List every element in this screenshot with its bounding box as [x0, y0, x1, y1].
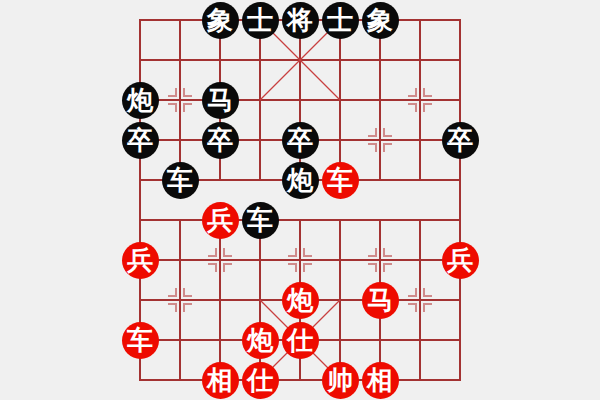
board-point-6-4[interactable]	[360, 160, 400, 200]
piece-black-cannon[interactable]: 炮	[282, 162, 319, 199]
board-point-5-9[interactable]: 帅	[320, 360, 360, 400]
board-point-5-7[interactable]	[320, 280, 360, 320]
board-point-4-5[interactable]	[280, 200, 320, 240]
board-point-5-5[interactable]	[320, 200, 360, 240]
board-point-5-6[interactable]	[320, 240, 360, 280]
piece-red-soldier[interactable]: 兵	[122, 242, 159, 279]
board-point-3-9[interactable]: 仕	[240, 360, 280, 400]
board-point-8-2[interactable]	[440, 80, 480, 120]
board-point-3-8[interactable]: 炮	[240, 320, 280, 360]
board-point-5-3[interactable]	[320, 120, 360, 160]
board-point-0-3[interactable]: 卒	[120, 120, 160, 160]
board-point-0-8[interactable]: 车	[120, 320, 160, 360]
board-point-5-0[interactable]: 士	[320, 0, 360, 40]
board-point-3-5[interactable]: 车	[240, 200, 280, 240]
piece-black-cannon[interactable]: 炮	[122, 82, 159, 119]
piece-black-soldier[interactable]: 卒	[122, 122, 159, 159]
board-point-6-0[interactable]: 象	[360, 0, 400, 40]
board-point-7-2[interactable]	[400, 80, 440, 120]
board-point-2-1[interactable]	[200, 40, 240, 80]
board-point-2-9[interactable]: 相	[200, 360, 240, 400]
board-point-6-7[interactable]: 马	[360, 280, 400, 320]
board-point-1-5[interactable]	[160, 200, 200, 240]
piece-black-chariot[interactable]: 车	[162, 162, 199, 199]
board-point-2-6[interactable]	[200, 240, 240, 280]
board-point-1-7[interactable]	[160, 280, 200, 320]
board-point-6-8[interactable]	[360, 320, 400, 360]
board-point-2-4[interactable]	[200, 160, 240, 200]
board-point-4-3[interactable]: 卒	[280, 120, 320, 160]
board-point-3-4[interactable]	[240, 160, 280, 200]
board-point-4-7[interactable]: 炮	[280, 280, 320, 320]
board-point-3-3[interactable]	[240, 120, 280, 160]
piece-black-soldier[interactable]: 卒	[202, 122, 239, 159]
piece-black-soldier[interactable]: 卒	[442, 122, 479, 159]
piece-red-elephant[interactable]: 相	[202, 362, 239, 399]
piece-black-horse[interactable]: 马	[202, 82, 239, 119]
board-point-8-1[interactable]	[440, 40, 480, 80]
piece-red-chariot[interactable]: 车	[322, 162, 359, 199]
board-point-7-3[interactable]	[400, 120, 440, 160]
piece-red-general[interactable]: 帅	[322, 362, 359, 399]
board-point-0-0[interactable]	[120, 0, 160, 40]
board-point-6-9[interactable]: 相	[360, 360, 400, 400]
board-point-1-9[interactable]	[160, 360, 200, 400]
piece-black-elephant[interactable]: 象	[202, 2, 239, 39]
board-point-4-8[interactable]: 仕	[280, 320, 320, 360]
xiangqi-app: 象士将士象炮马卒卒卒卒车炮车兵车兵兵炮马车炮仕相仕帅相	[0, 0, 600, 400]
piece-red-elephant[interactable]: 相	[362, 362, 399, 399]
board-point-6-5[interactable]	[360, 200, 400, 240]
board-point-1-4[interactable]: 车	[160, 160, 200, 200]
piece-red-soldier[interactable]: 兵	[202, 202, 239, 239]
board-point-1-2[interactable]	[160, 80, 200, 120]
board-point-7-7[interactable]	[400, 280, 440, 320]
board-point-5-8[interactable]	[320, 320, 360, 360]
board-point-6-6[interactable]	[360, 240, 400, 280]
board-point-3-0[interactable]: 士	[240, 0, 280, 40]
board-point-2-2[interactable]: 马	[200, 80, 240, 120]
piece-black-soldier[interactable]: 卒	[282, 122, 319, 159]
board-point-4-4[interactable]: 炮	[280, 160, 320, 200]
board-point-0-6[interactable]: 兵	[120, 240, 160, 280]
board-point-8-0[interactable]	[440, 0, 480, 40]
board-point-5-2[interactable]	[320, 80, 360, 120]
board-point-4-6[interactable]	[280, 240, 320, 280]
board-point-6-1[interactable]	[360, 40, 400, 80]
board-point-2-3[interactable]: 卒	[200, 120, 240, 160]
board-point-3-7[interactable]	[240, 280, 280, 320]
board-point-8-9[interactable]	[440, 360, 480, 400]
board-point-7-4[interactable]	[400, 160, 440, 200]
board-point-6-3[interactable]	[360, 120, 400, 160]
board-point-0-5[interactable]	[120, 200, 160, 240]
board-point-6-2[interactable]	[360, 80, 400, 120]
board-point-2-7[interactable]	[200, 280, 240, 320]
board-point-1-1[interactable]	[160, 40, 200, 80]
board-point-1-8[interactable]	[160, 320, 200, 360]
piece-black-elephant[interactable]: 象	[362, 2, 399, 39]
board-point-0-7[interactable]	[120, 280, 160, 320]
piece-red-horse[interactable]: 马	[362, 282, 399, 319]
board-point-8-8[interactable]	[440, 320, 480, 360]
board-point-8-3[interactable]: 卒	[440, 120, 480, 160]
board-point-4-0[interactable]: 将	[280, 0, 320, 40]
board-point-3-2[interactable]	[240, 80, 280, 120]
board-point-0-4[interactable]	[120, 160, 160, 200]
board-point-0-9[interactable]	[120, 360, 160, 400]
board-point-1-3[interactable]	[160, 120, 200, 160]
board-point-7-1[interactable]	[400, 40, 440, 80]
board-point-0-1[interactable]	[120, 40, 160, 80]
board-point-5-1[interactable]	[320, 40, 360, 80]
board-point-8-5[interactable]	[440, 200, 480, 240]
board-point-3-1[interactable]	[240, 40, 280, 80]
piece-black-general[interactable]: 将	[282, 2, 319, 39]
board-point-4-9[interactable]	[280, 360, 320, 400]
board-point-5-4[interactable]: 车	[320, 160, 360, 200]
board-point-1-6[interactable]	[160, 240, 200, 280]
piece-red-advisor[interactable]: 仕	[282, 322, 319, 359]
board-point-3-6[interactable]	[240, 240, 280, 280]
piece-black-advisor[interactable]: 士	[322, 2, 359, 39]
piece-red-advisor[interactable]: 仕	[242, 362, 279, 399]
board-point-7-0[interactable]	[400, 0, 440, 40]
board-point-0-2[interactable]: 炮	[120, 80, 160, 120]
board-point-7-5[interactable]	[400, 200, 440, 240]
board-point-8-4[interactable]	[440, 160, 480, 200]
board-point-7-8[interactable]	[400, 320, 440, 360]
board-point-4-2[interactable]	[280, 80, 320, 120]
board-point-7-9[interactable]	[400, 360, 440, 400]
piece-red-cannon[interactable]: 炮	[242, 322, 279, 359]
xiangqi-board[interactable]: 象士将士象炮马卒卒卒卒车炮车兵车兵兵炮马车炮仕相仕帅相	[120, 0, 480, 400]
board-point-8-6[interactable]: 兵	[440, 240, 480, 280]
piece-red-soldier[interactable]: 兵	[442, 242, 479, 279]
piece-black-chariot[interactable]: 车	[242, 202, 279, 239]
board-point-2-8[interactable]	[200, 320, 240, 360]
board-point-1-0[interactable]	[160, 0, 200, 40]
piece-red-cannon[interactable]: 炮	[282, 282, 319, 319]
board-point-2-5[interactable]: 兵	[200, 200, 240, 240]
board-point-4-1[interactable]	[280, 40, 320, 80]
board-point-7-6[interactable]	[400, 240, 440, 280]
board-point-2-0[interactable]: 象	[200, 0, 240, 40]
board-point-8-7[interactable]	[440, 280, 480, 320]
piece-black-advisor[interactable]: 士	[242, 2, 279, 39]
piece-red-chariot[interactable]: 车	[122, 322, 159, 359]
